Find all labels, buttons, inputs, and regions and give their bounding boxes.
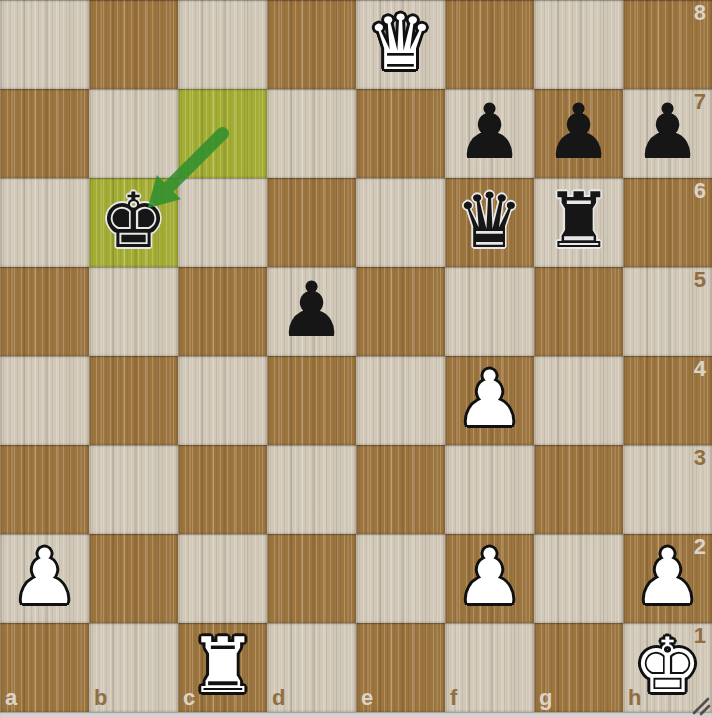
square-g2[interactable]	[534, 534, 623, 623]
resize-handle-icon[interactable]	[686, 691, 712, 717]
square-c3[interactable]	[178, 445, 267, 534]
square-f6[interactable]: ♛	[445, 178, 534, 267]
square-h6[interactable]	[623, 178, 712, 267]
square-e1[interactable]	[356, 623, 445, 712]
piece-black-pawn[interactable]: ♟	[277, 272, 345, 348]
square-f1[interactable]	[445, 623, 534, 712]
square-b2[interactable]	[89, 534, 178, 623]
square-h4[interactable]	[623, 356, 712, 445]
square-a8[interactable]	[0, 0, 89, 89]
square-d1[interactable]	[267, 623, 356, 712]
square-e5[interactable]	[356, 267, 445, 356]
square-f4[interactable]: ♟	[445, 356, 534, 445]
square-d4[interactable]	[267, 356, 356, 445]
square-c6[interactable]	[178, 178, 267, 267]
piece-white-pawn[interactable]: ♟	[455, 539, 523, 615]
square-a7[interactable]	[0, 89, 89, 178]
bottom-bar	[0, 712, 712, 717]
board: ♛♟♟♟♚♛♜♟♟♟♟♟♜♚87654321abcdefgh	[0, 0, 712, 712]
square-g8[interactable]	[534, 0, 623, 89]
piece-black-pawn[interactable]: ♟	[455, 94, 523, 170]
square-b7[interactable]	[89, 89, 178, 178]
chess-app: ♛♟♟♟♚♛♜♟♟♟♟♟♜♚87654321abcdefgh	[0, 0, 712, 717]
square-a5[interactable]	[0, 267, 89, 356]
piece-white-pawn[interactable]: ♟	[10, 539, 78, 615]
square-e3[interactable]	[356, 445, 445, 534]
square-e2[interactable]	[356, 534, 445, 623]
square-e6[interactable]	[356, 178, 445, 267]
square-f7[interactable]: ♟	[445, 89, 534, 178]
piece-black-king[interactable]: ♚	[99, 183, 167, 259]
square-g6[interactable]: ♜	[534, 178, 623, 267]
square-g5[interactable]	[534, 267, 623, 356]
square-d8[interactable]	[267, 0, 356, 89]
square-c5[interactable]	[178, 267, 267, 356]
piece-white-queen[interactable]: ♛	[366, 5, 434, 81]
square-g4[interactable]	[534, 356, 623, 445]
piece-white-rook[interactable]: ♜	[188, 628, 256, 704]
piece-black-pawn[interactable]: ♟	[633, 94, 701, 170]
square-d3[interactable]	[267, 445, 356, 534]
square-d2[interactable]	[267, 534, 356, 623]
square-c7[interactable]	[178, 89, 267, 178]
square-h5[interactable]	[623, 267, 712, 356]
square-b8[interactable]	[89, 0, 178, 89]
piece-white-pawn[interactable]: ♟	[455, 361, 523, 437]
square-h2[interactable]: ♟	[623, 534, 712, 623]
square-b6[interactable]: ♚	[89, 178, 178, 267]
square-a6[interactable]	[0, 178, 89, 267]
square-c4[interactable]	[178, 356, 267, 445]
square-a4[interactable]	[0, 356, 89, 445]
square-d6[interactable]	[267, 178, 356, 267]
square-d5[interactable]: ♟	[267, 267, 356, 356]
square-b1[interactable]	[89, 623, 178, 712]
square-h8[interactable]	[623, 0, 712, 89]
square-c1[interactable]: ♜	[178, 623, 267, 712]
piece-black-pawn[interactable]: ♟	[544, 94, 612, 170]
square-a1[interactable]	[0, 623, 89, 712]
piece-white-pawn[interactable]: ♟	[633, 539, 701, 615]
square-g1[interactable]	[534, 623, 623, 712]
square-b4[interactable]	[89, 356, 178, 445]
square-f3[interactable]	[445, 445, 534, 534]
piece-black-rook[interactable]: ♜	[544, 183, 612, 259]
square-g7[interactable]: ♟	[534, 89, 623, 178]
square-c8[interactable]	[178, 0, 267, 89]
square-d7[interactable]	[267, 89, 356, 178]
square-b3[interactable]	[89, 445, 178, 534]
square-c2[interactable]	[178, 534, 267, 623]
square-f2[interactable]: ♟	[445, 534, 534, 623]
square-e8[interactable]: ♛	[356, 0, 445, 89]
square-h7[interactable]: ♟	[623, 89, 712, 178]
square-f8[interactable]	[445, 0, 534, 89]
square-g3[interactable]	[534, 445, 623, 534]
square-h3[interactable]	[623, 445, 712, 534]
square-b5[interactable]	[89, 267, 178, 356]
square-a3[interactable]	[0, 445, 89, 534]
piece-black-queen[interactable]: ♛	[455, 183, 523, 259]
square-a2[interactable]: ♟	[0, 534, 89, 623]
square-e7[interactable]	[356, 89, 445, 178]
square-f5[interactable]	[445, 267, 534, 356]
square-e4[interactable]	[356, 356, 445, 445]
